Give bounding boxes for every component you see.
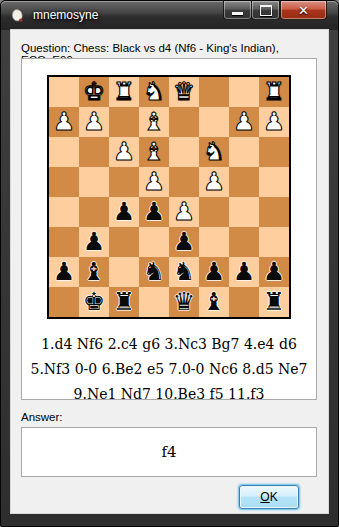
square-a3 [259,137,289,167]
minimize-button[interactable] [223,1,252,20]
square-a7: ♟ [259,257,289,287]
piece-black-bishop: ♝ [83,257,105,287]
square-h8 [49,287,79,317]
piece-white-pawn: ♟ [83,107,105,137]
square-g3 [79,137,109,167]
square-f2 [109,107,139,137]
square-f8: ♜ [109,287,139,317]
square-b4 [229,167,259,197]
square-h1 [49,77,79,107]
square-h4 [49,167,79,197]
square-d2 [169,107,199,137]
square-d3 [169,137,199,167]
piece-white-pawn: ♟ [53,107,75,137]
square-h5 [49,197,79,227]
move-line-1: 1.d4 Nf6 2.c4 g6 3.Nc3 Bg7 4.e4 d6 [22,332,316,357]
square-g8: ♚ [79,287,109,317]
square-d6: ♟ [169,227,199,257]
square-a1: ♜ [259,77,289,107]
piece-black-pawn: ♟ [263,257,285,287]
square-f4 [109,167,139,197]
piece-white-rook: ♜ [263,77,285,107]
mnemosyne-window: mnemosyne ✕ Question: Chess: Black vs d4… [0,0,339,527]
piece-black-rook: ♜ [263,287,285,317]
square-f6 [109,227,139,257]
piece-white-knight: ♞ [203,137,225,167]
chess-board: ♚♜♞♛♜♟♟♝♟♟♟♝♞♟♟♟♟♟♟♟♟♝♞♞♟♟♟♚♜♛♝♜ [47,75,291,319]
ok-button-rest: K [270,490,278,504]
piece-black-knight: ♞ [143,257,165,287]
square-b8 [229,287,259,317]
piece-black-pawn: ♟ [203,257,225,287]
square-e3: ♝ [139,137,169,167]
square-c4: ♟ [199,167,229,197]
piece-white-pawn: ♟ [203,167,225,197]
square-f5: ♟ [109,197,139,227]
square-g5 [79,197,109,227]
maximize-button[interactable] [251,1,280,20]
square-c2 [199,107,229,137]
move-list: 1.d4 Nf6 2.c4 g6 3.Nc3 Bg7 4.e4 d6 5.Nf3… [22,332,316,407]
piece-black-pawn: ♟ [173,227,195,257]
square-b1 [229,77,259,107]
square-d8: ♛ [169,287,199,317]
piece-white-knight: ♞ [143,77,165,107]
move-line-2: 5.Nf3 0-0 6.Be2 e5 7.0-0 Nc6 8.d5 Ne7 [22,357,316,382]
square-a2: ♟ [259,107,289,137]
move-line-3: 9.Ne1 Nd7 10.Be3 f5 11.f3 [22,382,316,407]
piece-black-rook: ♜ [113,287,135,317]
square-b7: ♟ [229,257,259,287]
square-e7: ♞ [139,257,169,287]
square-e6 [139,227,169,257]
mnemosyne-app-icon [10,8,26,24]
piece-black-queen: ♛ [173,287,195,317]
piece-white-pawn: ♟ [143,167,165,197]
title-bar[interactable]: mnemosyne ✕ [1,1,338,30]
minimize-icon [232,12,243,15]
square-c7: ♟ [199,257,229,287]
square-h3 [49,137,79,167]
answer-text: f4 [161,443,176,461]
square-a4 [259,167,289,197]
close-icon: ✕ [298,4,309,17]
ok-button-accel: O [260,490,269,504]
square-e4: ♟ [139,167,169,197]
square-a5 [259,197,289,227]
square-c6 [199,227,229,257]
piece-white-pawn: ♟ [263,107,285,137]
square-f7 [109,257,139,287]
square-g2: ♟ [79,107,109,137]
answer-label: Answer: [21,411,63,423]
square-g4 [79,167,109,197]
piece-white-pawn: ♟ [233,107,255,137]
square-b5 [229,197,259,227]
square-d4 [169,167,199,197]
piece-white-rook: ♜ [113,77,135,107]
piece-black-pawn: ♟ [83,227,105,257]
dialog-client-area: Question: Chess: Black vs d4 (Nf6 - King… [11,30,328,513]
square-g7: ♝ [79,257,109,287]
square-e2: ♝ [139,107,169,137]
square-e1: ♞ [139,77,169,107]
square-g1: ♚ [79,77,109,107]
square-e5: ♟ [139,197,169,227]
square-c1 [199,77,229,107]
square-h7: ♟ [49,257,79,287]
question-content-box: ♚♜♞♛♜♟♟♝♟♟♟♝♞♟♟♟♟♟♟♟♟♝♞♞♟♟♟♚♜♛♝♜ 1.d4 Nf… [21,58,317,400]
piece-black-pawn: ♟ [113,197,135,227]
piece-black-bishop: ♝ [203,287,225,317]
square-g6: ♟ [79,227,109,257]
piece-white-king: ♚ [83,77,105,107]
square-a8: ♜ [259,287,289,317]
piece-white-bishop: ♝ [143,107,165,137]
piece-white-queen: ♛ [173,77,195,107]
maximize-icon [260,5,272,16]
ok-button[interactable]: OK [239,485,299,509]
piece-white-pawn: ♟ [173,197,195,227]
piece-black-knight: ♞ [173,257,195,287]
square-h2: ♟ [49,107,79,137]
answer-content-box: f4 [21,427,317,477]
window-title: mnemosyne [33,8,98,22]
piece-black-pawn: ♟ [143,197,165,227]
close-button[interactable]: ✕ [280,1,327,20]
piece-black-pawn: ♟ [53,257,75,287]
square-f1: ♜ [109,77,139,107]
piece-black-pawn: ♟ [233,257,255,287]
square-b2: ♟ [229,107,259,137]
square-b3 [229,137,259,167]
square-h6 [49,227,79,257]
square-e8 [139,287,169,317]
piece-white-bishop: ♝ [143,137,165,167]
piece-black-king: ♚ [83,287,105,317]
square-d5: ♟ [169,197,199,227]
square-c3: ♞ [199,137,229,167]
square-c8: ♝ [199,287,229,317]
square-d7: ♞ [169,257,199,287]
square-d1: ♛ [169,77,199,107]
square-a6 [259,227,289,257]
square-b6 [229,227,259,257]
square-f3: ♟ [109,137,139,167]
piece-white-pawn: ♟ [113,137,135,167]
square-c5 [199,197,229,227]
